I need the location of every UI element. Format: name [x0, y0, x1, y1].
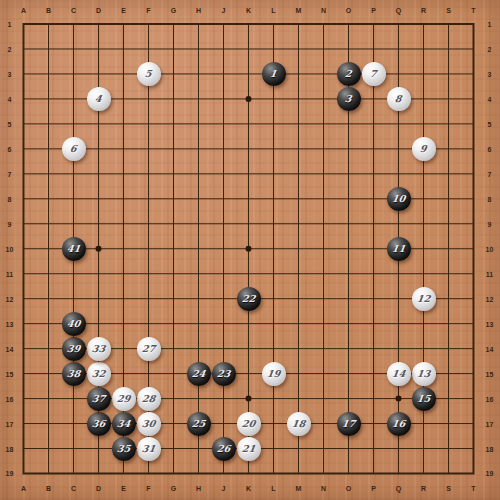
coordinate-label: G	[171, 484, 176, 491]
go-stone: 24	[187, 362, 211, 386]
coordinate-label: D	[96, 484, 101, 491]
go-stone: 35	[112, 437, 136, 461]
coordinate-label: 1	[488, 21, 492, 28]
stone-move-number: 15	[416, 394, 431, 404]
coordinate-label: 1	[8, 21, 12, 28]
coordinate-label: 7	[8, 170, 12, 177]
stone-move-number: 7	[370, 69, 378, 79]
go-stone: 28	[137, 387, 161, 411]
star-point	[246, 246, 252, 252]
coordinate-label: F	[146, 6, 150, 13]
go-stone: 4	[87, 87, 111, 111]
coordinate-label: F	[146, 484, 150, 491]
go-stone: 26	[212, 437, 236, 461]
stone-move-number: 25	[191, 419, 206, 429]
go-stone: 30	[137, 412, 161, 436]
coordinate-label: 12	[486, 295, 494, 302]
coordinate-label: L	[271, 484, 275, 491]
go-stone: 38	[62, 362, 86, 386]
coordinate-label: 6	[488, 145, 492, 152]
coordinate-label: P	[371, 484, 376, 491]
stone-move-number: 5	[145, 69, 153, 79]
coordinate-label: P	[371, 6, 376, 13]
stone-move-number: 6	[70, 144, 78, 154]
stone-move-number: 40	[66, 319, 81, 329]
coordinate-label: 8	[488, 195, 492, 202]
stone-move-number: 30	[141, 419, 156, 429]
stone-move-number: 32	[91, 369, 106, 379]
coordinate-label: Q	[396, 484, 401, 491]
go-stone: 5	[137, 62, 161, 86]
coordinate-label: 13	[486, 320, 494, 327]
coordinate-label: T	[471, 484, 475, 491]
go-stone: 15	[412, 387, 436, 411]
coordinate-label: 3	[488, 70, 492, 77]
stone-move-number: 14	[391, 369, 406, 379]
go-stone: 19	[262, 362, 286, 386]
stone-move-number: 13	[416, 369, 431, 379]
go-stone: 10	[387, 187, 411, 211]
coordinate-label: C	[71, 484, 76, 491]
go-stone: 18	[287, 412, 311, 436]
coordinate-label: D	[96, 6, 101, 13]
go-stone: 25	[187, 412, 211, 436]
coordinate-label: 9	[488, 220, 492, 227]
stone-move-number: 1	[270, 69, 278, 79]
go-stone: 34	[112, 412, 136, 436]
coordinate-label: 2	[488, 45, 492, 52]
stone-move-number: 26	[216, 444, 231, 454]
go-stone: 32	[87, 362, 111, 386]
go-stone: 1	[262, 62, 286, 86]
go-stone: 27	[137, 337, 161, 361]
coordinate-label: O	[346, 6, 351, 13]
coordinate-label: B	[46, 6, 51, 13]
stone-move-number: 27	[141, 344, 156, 354]
go-stone: 22	[237, 287, 261, 311]
coordinate-label: H	[196, 6, 201, 13]
go-stone: 36	[87, 412, 111, 436]
coordinate-label: H	[196, 484, 201, 491]
coordinate-label: 16	[6, 395, 14, 402]
go-stone: 8	[387, 87, 411, 111]
coordinate-label: 17	[486, 420, 494, 427]
go-stone: 14	[387, 362, 411, 386]
star-point	[246, 96, 252, 102]
star-point	[396, 396, 402, 402]
coordinate-label: 10	[6, 245, 14, 252]
stone-move-number: 23	[216, 369, 231, 379]
stone-move-number: 12	[416, 294, 431, 304]
stone-move-number: 16	[391, 419, 406, 429]
stone-move-number: 24	[191, 369, 206, 379]
coordinate-label: J	[222, 484, 226, 491]
go-stone: 33	[87, 337, 111, 361]
stone-move-number: 20	[241, 419, 256, 429]
stone-move-number: 41	[66, 244, 81, 254]
coordinate-label: 13	[6, 320, 14, 327]
coordinate-label: 14	[6, 345, 14, 352]
go-stone: 20	[237, 412, 261, 436]
coordinate-label: O	[346, 484, 351, 491]
stone-move-number: 17	[341, 419, 356, 429]
coordinate-label: 19	[6, 470, 14, 477]
go-stone: 37	[87, 387, 111, 411]
stone-move-number: 21	[241, 444, 256, 454]
coordinate-label: 2	[8, 45, 12, 52]
coordinate-label: 6	[8, 145, 12, 152]
go-stone: 23	[212, 362, 236, 386]
coordinate-label: 14	[486, 345, 494, 352]
go-stone: 21	[237, 437, 261, 461]
coordinate-label: 15	[6, 370, 14, 377]
stone-move-number: 9	[420, 144, 428, 154]
coordinate-label: Q	[396, 6, 401, 13]
stone-move-number: 19	[266, 369, 281, 379]
coordinate-label: 12	[6, 295, 14, 302]
coordinate-label: C	[71, 6, 76, 13]
coordinate-label: R	[421, 484, 426, 491]
coordinate-label: 18	[6, 445, 14, 452]
coordinate-label: 18	[486, 445, 494, 452]
coordinate-label: 4	[8, 95, 12, 102]
coordinate-label: K	[246, 484, 251, 491]
coordinate-label: 8	[8, 195, 12, 202]
star-point	[96, 246, 102, 252]
coordinate-label: 16	[486, 395, 494, 402]
go-stone: 31	[137, 437, 161, 461]
go-stone: 7	[362, 62, 386, 86]
coordinate-label: J	[222, 6, 226, 13]
coordinate-label: K	[246, 6, 251, 13]
coordinate-label: E	[121, 484, 126, 491]
go-stone: 6	[62, 137, 86, 161]
stone-move-number: 10	[391, 194, 406, 204]
go-stone: 41	[62, 237, 86, 261]
coordinate-label: 15	[486, 370, 494, 377]
stone-move-number: 35	[116, 444, 131, 454]
coordinate-label: 7	[488, 170, 492, 177]
stone-move-number: 4	[95, 94, 103, 104]
coordinate-label: 4	[488, 95, 492, 102]
coordinate-label: 5	[8, 120, 12, 127]
go-stone: 9	[412, 137, 436, 161]
stone-move-number: 31	[141, 444, 156, 454]
coordinate-label: 11	[486, 270, 493, 277]
go-stone: 17	[337, 412, 361, 436]
go-stone: 16	[387, 412, 411, 436]
coordinate-label: N	[321, 6, 326, 13]
coordinate-label: E	[121, 6, 126, 13]
go-stone: 13	[412, 362, 436, 386]
coordinate-label: L	[271, 6, 275, 13]
stone-move-number: 28	[141, 394, 156, 404]
stone-move-number: 29	[116, 394, 131, 404]
go-stone: 11	[387, 237, 411, 261]
coordinate-label: R	[421, 6, 426, 13]
coordinate-label: M	[296, 6, 302, 13]
stone-move-number: 38	[66, 369, 81, 379]
coordinate-label: 19	[486, 470, 494, 477]
coordinate-label: B	[46, 484, 51, 491]
go-stone: 3	[337, 87, 361, 111]
go-board[interactable]: AABBCCDDEEFFGGHHJJKKLLMMNNOOPPQQRRSSTT11…	[0, 0, 500, 500]
stone-move-number: 33	[91, 344, 106, 354]
coordinate-label: 11	[6, 270, 13, 277]
coordinate-label: S	[446, 484, 451, 491]
coordinate-label: 3	[8, 70, 12, 77]
stone-move-number: 11	[391, 244, 406, 254]
stone-move-number: 39	[66, 344, 81, 354]
stone-move-number: 18	[291, 419, 306, 429]
stone-move-number: 36	[91, 419, 106, 429]
go-stone: 2	[337, 62, 361, 86]
stone-move-number: 37	[91, 394, 106, 404]
stone-move-number: 22	[241, 294, 256, 304]
coordinate-label: S	[446, 6, 451, 13]
stone-move-number: 34	[116, 419, 131, 429]
coordinate-label: 9	[8, 220, 12, 227]
coordinate-label: A	[21, 484, 26, 491]
stone-move-number: 3	[345, 94, 353, 104]
coordinate-label: 17	[6, 420, 14, 427]
coordinate-label: N	[321, 484, 326, 491]
star-point	[246, 396, 252, 402]
coordinate-label: T	[471, 6, 475, 13]
go-stone: 12	[412, 287, 436, 311]
coordinate-label: 5	[488, 120, 492, 127]
coordinate-label: 10	[486, 245, 494, 252]
go-stone: 39	[62, 337, 86, 361]
go-stone: 40	[62, 312, 86, 336]
coordinate-label: G	[171, 6, 176, 13]
stone-move-number: 2	[345, 69, 353, 79]
coordinate-label: M	[296, 484, 302, 491]
stone-move-number: 8	[395, 94, 403, 104]
coordinate-label: A	[21, 6, 26, 13]
go-stone: 29	[112, 387, 136, 411]
